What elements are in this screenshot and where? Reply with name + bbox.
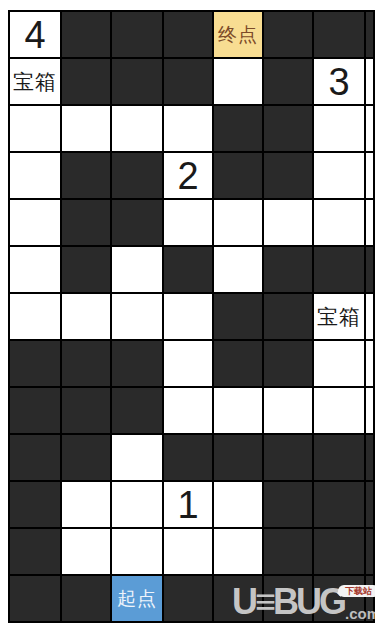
cell-r1c5-end: 终点 bbox=[214, 12, 262, 57]
cell-r10c1 bbox=[10, 435, 60, 480]
cell-r3c8 bbox=[366, 106, 373, 151]
cell-r9c2 bbox=[62, 388, 110, 433]
cell-r9c3 bbox=[112, 388, 162, 433]
cell-r3c1 bbox=[10, 106, 60, 151]
cell-r9c5 bbox=[214, 388, 262, 433]
cell-r13c8 bbox=[366, 576, 373, 621]
cell-r7c8 bbox=[366, 294, 373, 339]
cell-r4c3 bbox=[112, 153, 162, 198]
cell-r2c1: 宝箱 bbox=[10, 59, 60, 104]
cell-r1c6 bbox=[264, 12, 312, 57]
cell-r11c4: 1 bbox=[164, 482, 212, 527]
cell-r8c8 bbox=[366, 341, 373, 386]
cell-r12c3 bbox=[112, 529, 162, 574]
cell-r10c6 bbox=[264, 435, 312, 480]
cell-r7c2 bbox=[62, 294, 110, 339]
cell-r4c6 bbox=[264, 153, 312, 198]
cell-r1c2 bbox=[62, 12, 110, 57]
cell-r9c4 bbox=[164, 388, 212, 433]
cell-r10c4 bbox=[164, 435, 212, 480]
cell-r2c7: 3 bbox=[314, 59, 364, 104]
cell-r8c1 bbox=[10, 341, 60, 386]
cell-r7c4 bbox=[164, 294, 212, 339]
cell-r5c6 bbox=[264, 200, 312, 245]
cell-r12c1 bbox=[10, 529, 60, 574]
cell-r3c3 bbox=[112, 106, 162, 151]
cell-r3c7 bbox=[314, 106, 364, 151]
cell-r4c4: 2 bbox=[164, 153, 212, 198]
cell-r5c4 bbox=[164, 200, 212, 245]
puzzle-board: 4终点宝箱32宝箱1起点 bbox=[8, 10, 375, 623]
cell-r12c2 bbox=[62, 529, 110, 574]
cell-r13c1 bbox=[10, 576, 60, 621]
cell-r4c8 bbox=[366, 153, 373, 198]
cell-r6c6 bbox=[264, 247, 312, 292]
cell-r13c3-start: 起点 bbox=[112, 576, 162, 621]
cell-r8c3 bbox=[112, 341, 162, 386]
cell-r2c8 bbox=[366, 59, 373, 104]
cell-r2c4 bbox=[164, 59, 212, 104]
cell-r5c2 bbox=[62, 200, 110, 245]
number-label: 1 bbox=[177, 486, 198, 524]
cell-r10c2 bbox=[62, 435, 110, 480]
cell-r2c2 bbox=[62, 59, 110, 104]
cell-r10c8 bbox=[366, 435, 373, 480]
cell-r7c3 bbox=[112, 294, 162, 339]
treasure-label: 宝箱 bbox=[13, 71, 57, 92]
cell-r11c2 bbox=[62, 482, 110, 527]
cell-r4c2 bbox=[62, 153, 110, 198]
cell-r7c7: 宝箱 bbox=[314, 294, 364, 339]
cell-r12c4 bbox=[164, 529, 212, 574]
cell-r6c1 bbox=[10, 247, 60, 292]
end-label: 终点 bbox=[218, 25, 258, 44]
cell-r2c3 bbox=[112, 59, 162, 104]
cell-r4c5 bbox=[214, 153, 262, 198]
cell-r11c7 bbox=[314, 482, 364, 527]
cell-r6c4 bbox=[164, 247, 212, 292]
cell-r6c5 bbox=[214, 247, 262, 292]
cell-r4c1 bbox=[10, 153, 60, 198]
cell-r5c5 bbox=[214, 200, 262, 245]
cell-r13c5 bbox=[214, 576, 262, 621]
cell-r6c3 bbox=[112, 247, 162, 292]
cell-r10c3 bbox=[112, 435, 162, 480]
cell-r10c7 bbox=[314, 435, 364, 480]
cell-r8c6 bbox=[264, 341, 312, 386]
cell-r8c4 bbox=[164, 341, 212, 386]
cell-r9c8 bbox=[366, 388, 373, 433]
cell-r9c7 bbox=[314, 388, 364, 433]
cell-r8c2 bbox=[62, 341, 110, 386]
cell-r1c8 bbox=[366, 12, 373, 57]
cell-r7c5 bbox=[214, 294, 262, 339]
cell-r11c8 bbox=[366, 482, 373, 527]
cell-r8c5 bbox=[214, 341, 262, 386]
cell-r10c5 bbox=[214, 435, 262, 480]
cell-r5c3 bbox=[112, 200, 162, 245]
cell-r13c7 bbox=[314, 576, 364, 621]
cell-r1c4 bbox=[164, 12, 212, 57]
number-label: 2 bbox=[177, 157, 198, 195]
start-label: 起点 bbox=[117, 589, 157, 608]
cell-r13c2 bbox=[62, 576, 110, 621]
cell-r11c5 bbox=[214, 482, 262, 527]
cell-r13c4 bbox=[164, 576, 212, 621]
cell-r2c6 bbox=[264, 59, 312, 104]
cell-r1c3 bbox=[112, 12, 162, 57]
cell-r13c6 bbox=[264, 576, 312, 621]
cell-r7c1 bbox=[10, 294, 60, 339]
number-label: 3 bbox=[328, 63, 349, 101]
cell-r11c3 bbox=[112, 482, 162, 527]
cell-r5c7 bbox=[314, 200, 364, 245]
cell-r9c6 bbox=[264, 388, 312, 433]
cell-r12c7 bbox=[314, 529, 364, 574]
cell-r2c5 bbox=[214, 59, 262, 104]
cell-r1c7 bbox=[314, 12, 364, 57]
cell-r9c1 bbox=[10, 388, 60, 433]
cell-r3c5 bbox=[214, 106, 262, 151]
cell-r12c6 bbox=[264, 529, 312, 574]
cell-r12c8 bbox=[366, 529, 373, 574]
cell-r6c2 bbox=[62, 247, 110, 292]
cell-r7c6 bbox=[264, 294, 312, 339]
cell-r3c2 bbox=[62, 106, 110, 151]
treasure-label: 宝箱 bbox=[317, 306, 361, 327]
cell-r8c7 bbox=[314, 341, 364, 386]
cell-r3c4 bbox=[164, 106, 212, 151]
cell-r6c8 bbox=[366, 247, 373, 292]
cell-r1c1: 4 bbox=[10, 12, 60, 57]
cell-r11c1 bbox=[10, 482, 60, 527]
cell-r12c5 bbox=[214, 529, 262, 574]
cell-r3c6 bbox=[264, 106, 312, 151]
cell-r11c6 bbox=[264, 482, 312, 527]
number-label: 4 bbox=[24, 16, 45, 54]
cell-r5c8 bbox=[366, 200, 373, 245]
cell-r6c7 bbox=[314, 247, 364, 292]
cell-r4c7 bbox=[314, 153, 364, 198]
cell-r5c1 bbox=[10, 200, 60, 245]
